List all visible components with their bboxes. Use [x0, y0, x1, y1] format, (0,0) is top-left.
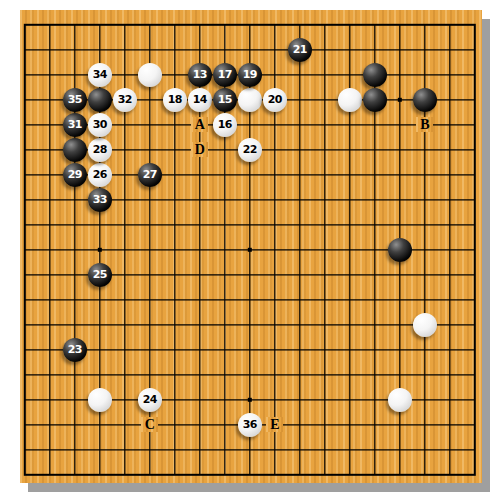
move-number: 16: [218, 119, 232, 130]
stone-black-move-17[interactable]: 17: [213, 63, 237, 87]
stone-black-move-29[interactable]: 29: [63, 163, 87, 187]
stone-white-move-18[interactable]: 18: [163, 88, 187, 112]
stone-black-move-15[interactable]: 15: [213, 88, 237, 112]
stone-black[interactable]: [388, 238, 412, 262]
stone-black-move-21[interactable]: 21: [288, 38, 312, 62]
go-board-grid[interactable]: 1314151617181920212223242526272829303132…: [12, 12, 487, 487]
stone-black-move-23[interactable]: 23: [63, 338, 87, 362]
move-number: 32: [118, 94, 132, 105]
stone-white[interactable]: [138, 63, 162, 87]
stone-white-move-24[interactable]: 24: [138, 388, 162, 412]
move-number: 33: [93, 194, 107, 205]
stone-black-move-35[interactable]: 35: [63, 88, 87, 112]
stone-white-move-22[interactable]: 22: [238, 138, 262, 162]
move-number: 28: [93, 144, 107, 155]
stone-white-move-28[interactable]: 28: [88, 138, 112, 162]
move-number: 25: [93, 269, 107, 280]
stone-white-move-20[interactable]: 20: [263, 88, 287, 112]
stone-white-move-16[interactable]: 16: [213, 113, 237, 137]
stone-white[interactable]: [413, 313, 437, 337]
move-number: 21: [293, 44, 307, 55]
go-diagram-page: 1314151617181920212223242526272829303132…: [0, 0, 500, 500]
move-number: 26: [93, 169, 107, 180]
stone-black[interactable]: [413, 88, 437, 112]
stone-white[interactable]: [388, 388, 412, 412]
move-number: 35: [68, 94, 82, 105]
stone-black-move-27[interactable]: 27: [138, 163, 162, 187]
stone-white[interactable]: [238, 88, 262, 112]
move-number: 20: [268, 94, 282, 105]
move-number: 34: [93, 69, 107, 80]
point-label-C[interactable]: C: [141, 417, 158, 432]
stone-black-move-33[interactable]: 33: [88, 188, 112, 212]
stone-black-move-25[interactable]: 25: [88, 263, 112, 287]
move-number: 14: [193, 94, 207, 105]
stone-white-move-34[interactable]: 34: [88, 63, 112, 87]
stone-white-move-14[interactable]: 14: [188, 88, 212, 112]
go-board[interactable]: 1314151617181920212223242526272829303132…: [20, 10, 482, 483]
move-number: 23: [68, 344, 82, 355]
stone-black[interactable]: [88, 88, 112, 112]
stone-white-move-30[interactable]: 30: [88, 113, 112, 137]
move-number: 30: [93, 119, 107, 130]
move-number: 31: [68, 119, 82, 130]
stone-black-move-31[interactable]: 31: [63, 113, 87, 137]
stone-white-move-26[interactable]: 26: [88, 163, 112, 187]
stone-black[interactable]: [63, 138, 87, 162]
stone-black-move-13[interactable]: 13: [188, 63, 212, 87]
move-number: 18: [168, 94, 182, 105]
move-number: 15: [218, 94, 232, 105]
move-number: 13: [193, 69, 207, 80]
point-label-A[interactable]: A: [191, 117, 208, 132]
point-label-E[interactable]: E: [266, 417, 283, 432]
point-label-B[interactable]: B: [416, 117, 433, 132]
move-number: 22: [243, 144, 257, 155]
move-number: 24: [143, 394, 157, 405]
stone-white-move-36[interactable]: 36: [238, 413, 262, 437]
stone-black[interactable]: [363, 88, 387, 112]
stone-white[interactable]: [88, 388, 112, 412]
stone-black-move-19[interactable]: 19: [238, 63, 262, 87]
move-number: 36: [243, 419, 257, 430]
stone-white-move-32[interactable]: 32: [113, 88, 137, 112]
point-label-D[interactable]: D: [191, 142, 208, 157]
move-number: 27: [143, 169, 157, 180]
move-number: 29: [68, 169, 82, 180]
move-number: 19: [243, 69, 257, 80]
move-number: 17: [218, 69, 232, 80]
stone-black[interactable]: [363, 63, 387, 87]
stone-white[interactable]: [338, 88, 362, 112]
